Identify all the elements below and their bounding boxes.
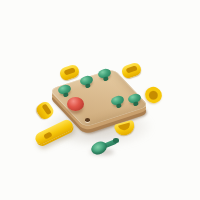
slider-slot	[43, 131, 52, 139]
removed-peg	[87, 137, 119, 157]
puzzle-scene	[0, 0, 200, 200]
slider-tab-top-right	[120, 61, 142, 79]
slider-slot	[63, 67, 75, 75]
treat-hole	[85, 118, 90, 122]
slider-slot	[118, 123, 131, 132]
slider-slot	[125, 65, 137, 73]
removed-peg-stem-tip	[113, 138, 119, 143]
slider-slot	[42, 103, 52, 115]
red-ball-peg	[67, 97, 84, 111]
